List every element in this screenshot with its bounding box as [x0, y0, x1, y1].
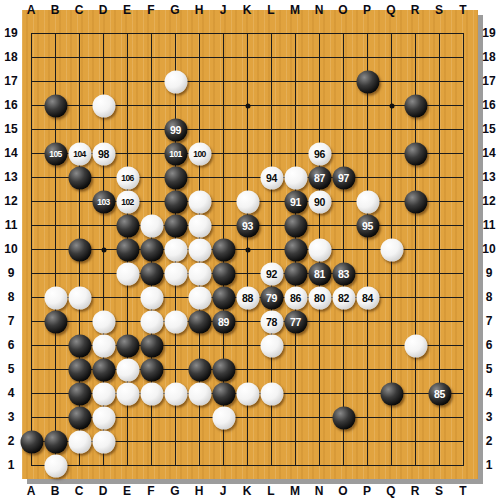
row-label-right: 10	[482, 243, 495, 255]
white-stone-H8[interactable]	[188, 286, 211, 309]
white-stone-N12[interactable]: 90	[308, 190, 331, 213]
black-stone-J8[interactable]	[212, 286, 235, 309]
white-stone-F8[interactable]	[140, 286, 163, 309]
move-number-label: 85	[434, 389, 445, 399]
white-stone-K4[interactable]	[236, 382, 259, 405]
black-stone-B16[interactable]	[44, 94, 67, 117]
column-label-top: K	[243, 4, 252, 16]
white-stone-N10[interactable]	[308, 238, 331, 261]
white-stone-D14[interactable]: 98	[92, 142, 115, 165]
row-label-left: 8	[8, 291, 15, 303]
white-stone-L6[interactable]	[260, 334, 283, 357]
white-stone-C2[interactable]	[68, 430, 91, 453]
move-number-label: 84	[362, 293, 373, 303]
black-stone-E11[interactable]	[116, 214, 139, 237]
column-label-top: H	[195, 4, 204, 16]
row-label-left: 4	[8, 387, 15, 399]
black-stone-G11[interactable]	[164, 214, 187, 237]
row-label-right: 14	[482, 147, 495, 159]
white-stone-D6[interactable]	[92, 334, 115, 357]
column-label-top: A	[27, 4, 36, 16]
white-stone-H10[interactable]	[188, 238, 211, 261]
white-stone-D7[interactable]	[92, 310, 115, 333]
white-stone-G9[interactable]	[164, 262, 187, 285]
row-label-left: 16	[4, 99, 17, 111]
black-stone-R12[interactable]	[404, 190, 427, 213]
column-label-top: E	[123, 4, 131, 16]
row-label-left: 18	[4, 51, 17, 63]
black-stone-J4[interactable]	[212, 382, 235, 405]
move-number-label: 77	[290, 317, 301, 327]
black-stone-C3[interactable]	[68, 406, 91, 429]
column-label-top: C	[75, 4, 84, 16]
white-stone-F7[interactable]	[140, 310, 163, 333]
black-stone-Q4[interactable]	[380, 382, 403, 405]
move-number-label: 99	[170, 125, 181, 135]
black-stone-R14[interactable]	[404, 142, 427, 165]
column-label-top: Q	[386, 4, 395, 16]
white-stone-G4[interactable]	[164, 382, 187, 405]
column-label-top: D	[99, 4, 108, 16]
column-label-bottom: K	[243, 485, 252, 497]
row-label-left: 12	[4, 195, 17, 207]
grid-line-vertical	[367, 33, 368, 466]
move-number-label: 87	[314, 173, 325, 183]
column-label-top: N	[315, 4, 324, 16]
column-label-top: S	[435, 4, 443, 16]
row-label-right: 3	[486, 411, 493, 423]
black-stone-H5[interactable]	[188, 358, 211, 381]
move-number-label: 91	[290, 197, 301, 207]
row-label-right: 19	[482, 27, 495, 39]
white-stone-P8[interactable]: 84	[356, 286, 379, 309]
column-label-top: O	[338, 4, 347, 16]
row-label-right: 13	[482, 171, 495, 183]
column-label-bottom: L	[267, 485, 274, 497]
black-stone-N9[interactable]: 81	[308, 262, 331, 285]
white-stone-L4[interactable]	[260, 382, 283, 405]
row-label-left: 2	[8, 435, 15, 447]
column-label-bottom: M	[290, 485, 300, 497]
black-stone-A2[interactable]	[20, 430, 43, 453]
star-point	[389, 103, 394, 108]
go-board[interactable]: 9910510498101100961069487971031029190939…	[22, 10, 478, 479]
column-label-bottom: N	[315, 485, 324, 497]
row-label-right: 15	[482, 123, 495, 135]
move-number-label: 101	[169, 149, 181, 159]
white-stone-D2[interactable]	[92, 430, 115, 453]
white-stone-H14[interactable]: 100	[188, 142, 211, 165]
move-number-label: 106	[121, 173, 133, 183]
black-stone-L8[interactable]: 79	[260, 286, 283, 309]
white-stone-M8[interactable]: 86	[284, 286, 307, 309]
row-label-left: 9	[8, 267, 15, 279]
white-stone-G7[interactable]	[164, 310, 187, 333]
move-number-label: 79	[266, 293, 277, 303]
row-label-right: 5	[486, 363, 493, 375]
white-stone-D4[interactable]	[92, 382, 115, 405]
black-stone-J9[interactable]	[212, 262, 235, 285]
white-stone-E4[interactable]	[116, 382, 139, 405]
white-stone-B8[interactable]	[44, 286, 67, 309]
move-number-label: 103	[97, 197, 109, 207]
black-stone-E6[interactable]	[116, 334, 139, 357]
black-stone-M7[interactable]: 77	[284, 310, 307, 333]
black-stone-M9[interactable]	[284, 262, 307, 285]
column-label-top: F	[147, 4, 154, 16]
white-stone-J3[interactable]	[212, 406, 235, 429]
white-stone-M13[interactable]	[284, 166, 307, 189]
move-number-label: 105	[49, 149, 61, 159]
black-stone-J7[interactable]: 89	[212, 310, 235, 333]
black-stone-J5[interactable]	[212, 358, 235, 381]
row-label-left: 14	[4, 147, 17, 159]
column-label-bottom: B	[51, 485, 60, 497]
row-label-right: 9	[486, 267, 493, 279]
white-stone-G10[interactable]	[164, 238, 187, 261]
black-stone-C4[interactable]	[68, 382, 91, 405]
column-label-bottom: R	[411, 485, 420, 497]
row-label-right: 12	[482, 195, 495, 207]
column-label-top: T	[459, 4, 466, 16]
black-stone-O13[interactable]: 97	[332, 166, 355, 189]
move-number-label: 80	[314, 293, 325, 303]
move-number-label: 102	[121, 197, 133, 207]
white-stone-Q10[interactable]	[380, 238, 403, 261]
row-label-left: 19	[4, 27, 17, 39]
white-stone-F11[interactable]	[140, 214, 163, 237]
white-stone-O8[interactable]: 82	[332, 286, 355, 309]
column-label-bottom: F	[147, 485, 154, 497]
white-stone-B1[interactable]	[44, 454, 67, 477]
column-label-bottom: G	[170, 485, 179, 497]
white-stone-C14[interactable]: 104	[68, 142, 91, 165]
column-label-top: R	[411, 4, 420, 16]
black-stone-D5[interactable]	[92, 358, 115, 381]
white-stone-L7[interactable]: 78	[260, 310, 283, 333]
white-stone-K12[interactable]	[236, 190, 259, 213]
black-stone-R16[interactable]	[404, 94, 427, 117]
black-stone-C13[interactable]	[68, 166, 91, 189]
move-number-label: 94	[266, 173, 277, 183]
white-stone-H4[interactable]	[188, 382, 211, 405]
white-stone-R6[interactable]	[404, 334, 427, 357]
row-label-left: 15	[4, 123, 17, 135]
row-label-left: 5	[8, 363, 15, 375]
black-stone-G13[interactable]	[164, 166, 187, 189]
white-stone-N8[interactable]: 80	[308, 286, 331, 309]
black-stone-K11[interactable]: 93	[236, 214, 259, 237]
move-number-label: 97	[338, 173, 349, 183]
column-label-bottom: T	[459, 485, 466, 497]
black-stone-F10[interactable]	[140, 238, 163, 261]
move-number-label: 86	[290, 293, 301, 303]
move-number-label: 98	[98, 149, 109, 159]
grid-line-vertical	[343, 33, 344, 466]
black-stone-G15[interactable]: 99	[164, 118, 187, 141]
black-stone-P17[interactable]	[356, 70, 379, 93]
column-label-top: G	[170, 4, 179, 16]
black-stone-P11[interactable]: 95	[356, 214, 379, 237]
star-point	[245, 247, 250, 252]
row-label-left: 17	[4, 75, 17, 87]
row-label-right: 6	[486, 339, 493, 351]
black-stone-B2[interactable]	[44, 430, 67, 453]
row-label-right: 18	[482, 51, 495, 63]
grid-line-vertical	[463, 33, 464, 466]
white-stone-F4[interactable]	[140, 382, 163, 405]
white-stone-H11[interactable]	[188, 214, 211, 237]
row-label-right: 4	[486, 387, 493, 399]
row-label-right: 11	[483, 219, 496, 231]
column-label-bottom: Q	[386, 485, 395, 497]
move-number-label: 78	[266, 317, 277, 327]
row-label-left: 1	[8, 459, 15, 471]
black-stone-M11[interactable]	[284, 214, 307, 237]
white-stone-D3[interactable]	[92, 406, 115, 429]
row-label-left: 6	[8, 339, 15, 351]
black-stone-O3[interactable]	[332, 406, 355, 429]
move-number-label: 100	[193, 149, 205, 159]
white-stone-L13[interactable]: 94	[260, 166, 283, 189]
grid-line-horizontal	[31, 465, 464, 466]
go-diagram-page: 9910510498101100961069487971031029190939…	[0, 0, 500, 500]
column-label-bottom: O	[338, 485, 347, 497]
column-label-top: L	[267, 4, 274, 16]
white-stone-D16[interactable]	[92, 94, 115, 117]
column-label-top: B	[51, 4, 60, 16]
white-stone-K8[interactable]: 88	[236, 286, 259, 309]
black-stone-B7[interactable]	[44, 310, 67, 333]
white-stone-P12[interactable]	[356, 190, 379, 213]
white-stone-C8[interactable]	[68, 286, 91, 309]
row-label-left: 13	[4, 171, 17, 183]
black-stone-B14[interactable]: 105	[44, 142, 67, 165]
black-stone-O9[interactable]: 83	[332, 262, 355, 285]
black-stone-E10[interactable]	[116, 238, 139, 261]
column-label-top: J	[220, 4, 227, 16]
move-number-label: 93	[242, 221, 253, 231]
row-label-left: 10	[4, 243, 17, 255]
black-stone-J10[interactable]	[212, 238, 235, 261]
black-stone-N13[interactable]: 87	[308, 166, 331, 189]
row-label-right: 17	[482, 75, 495, 87]
black-stone-C6[interactable]	[68, 334, 91, 357]
white-stone-E12[interactable]: 102	[116, 190, 139, 213]
white-stone-E13[interactable]: 106	[116, 166, 139, 189]
column-label-bottom: H	[195, 485, 204, 497]
star-point	[101, 247, 106, 252]
black-stone-C10[interactable]	[68, 238, 91, 261]
black-stone-F5[interactable]	[140, 358, 163, 381]
black-stone-H7[interactable]	[188, 310, 211, 333]
move-number-label: 81	[314, 269, 325, 279]
star-point	[245, 103, 250, 108]
white-stone-E9[interactable]	[116, 262, 139, 285]
row-label-left: 3	[8, 411, 15, 423]
column-label-bottom: E	[123, 485, 131, 497]
column-label-top: M	[290, 4, 300, 16]
white-stone-N14[interactable]: 96	[308, 142, 331, 165]
column-label-bottom: C	[75, 485, 84, 497]
move-number-label: 83	[338, 269, 349, 279]
white-stone-E5[interactable]	[116, 358, 139, 381]
row-label-right: 2	[486, 435, 493, 447]
move-number-label: 82	[338, 293, 349, 303]
row-label-left: 7	[8, 315, 15, 327]
column-label-bottom: P	[363, 485, 371, 497]
move-number-label: 88	[242, 293, 253, 303]
move-number-label: 96	[314, 149, 325, 159]
move-number-label: 89	[218, 317, 229, 327]
column-label-bottom: S	[435, 485, 443, 497]
black-stone-M10[interactable]	[284, 238, 307, 261]
black-stone-C5[interactable]	[68, 358, 91, 381]
move-number-label: 90	[314, 197, 325, 207]
move-number-label: 92	[266, 269, 277, 279]
column-label-bottom: A	[27, 485, 36, 497]
column-label-top: P	[363, 4, 371, 16]
move-number-label: 95	[362, 221, 373, 231]
black-stone-G12[interactable]	[164, 190, 187, 213]
white-stone-G17[interactable]	[164, 70, 187, 93]
column-label-bottom: J	[220, 485, 227, 497]
row-label-right: 1	[486, 459, 493, 471]
row-label-right: 16	[482, 99, 495, 111]
black-stone-S4[interactable]: 85	[428, 382, 451, 405]
black-stone-D12[interactable]: 103	[92, 190, 115, 213]
row-label-right: 8	[486, 291, 493, 303]
grid-line-horizontal	[31, 273, 464, 274]
black-stone-F6[interactable]	[140, 334, 163, 357]
white-stone-L9[interactable]: 92	[260, 262, 283, 285]
white-stone-H9[interactable]	[188, 262, 211, 285]
white-stone-H12[interactable]	[188, 190, 211, 213]
black-stone-M12[interactable]: 91	[284, 190, 307, 213]
row-label-left: 11	[5, 219, 18, 231]
column-label-bottom: D	[99, 485, 108, 497]
row-label-right: 7	[486, 315, 493, 327]
black-stone-F9[interactable]	[140, 262, 163, 285]
move-number-label: 104	[73, 149, 85, 159]
black-stone-G14[interactable]: 101	[164, 142, 187, 165]
